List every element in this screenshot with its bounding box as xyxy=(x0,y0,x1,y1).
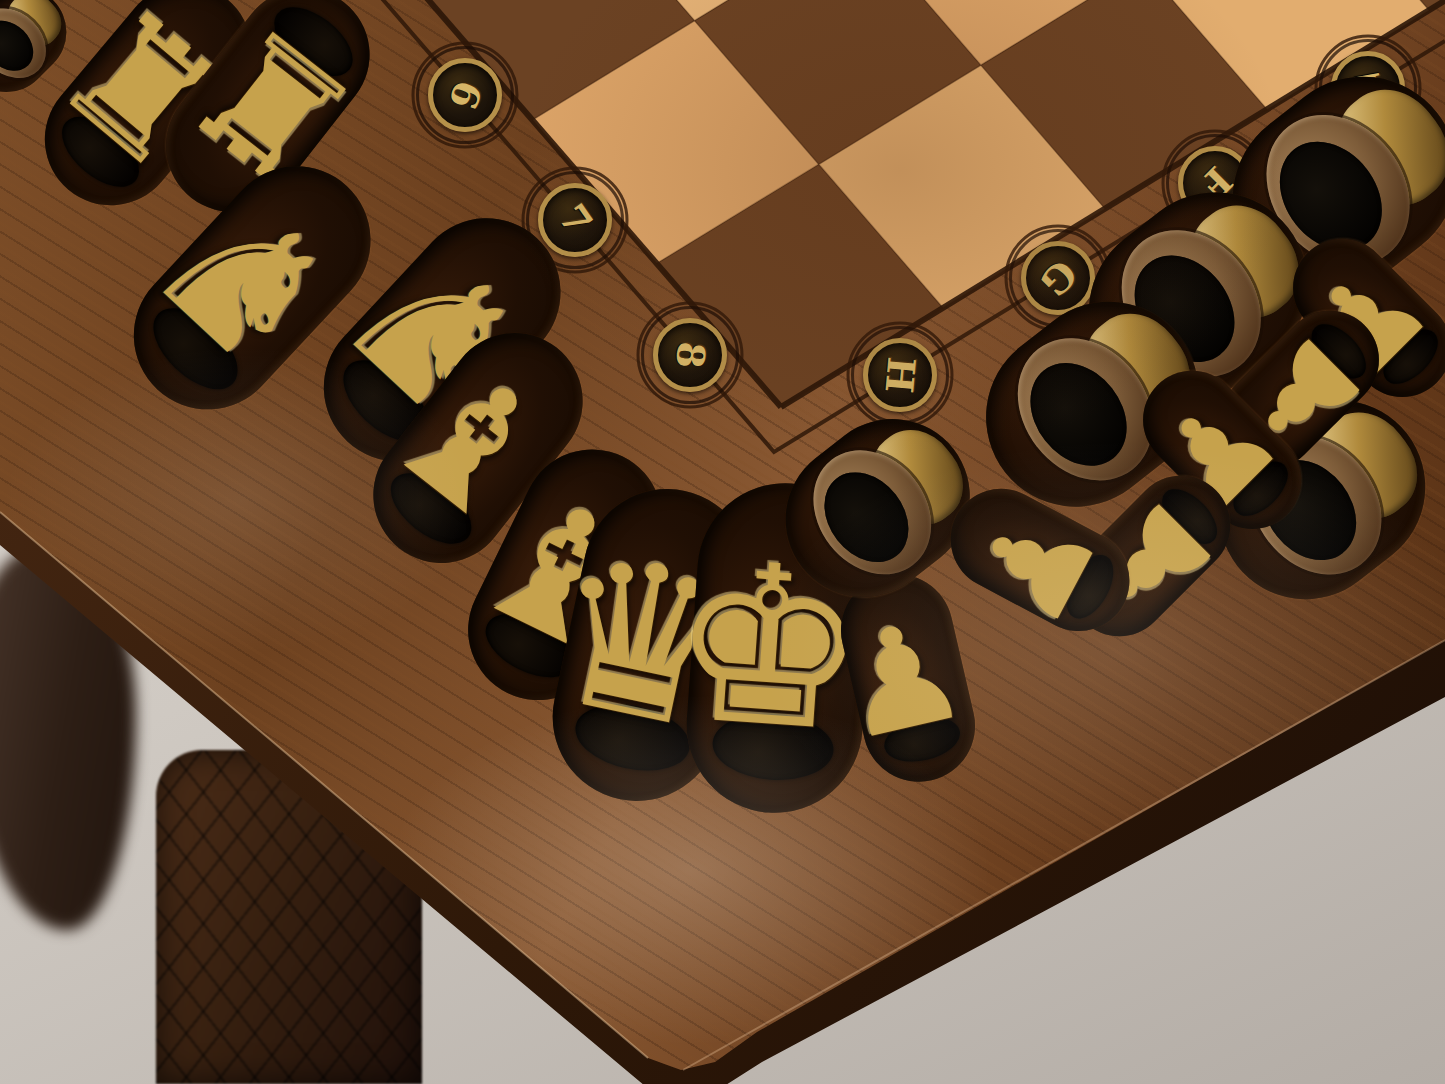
coordinate-medallion-H: H xyxy=(863,338,937,412)
coordinate-label: 6 xyxy=(443,76,488,114)
coordinate-label: G xyxy=(1033,253,1083,303)
coordinate-label: H xyxy=(880,355,921,394)
coordinate-label: 8 xyxy=(670,340,710,370)
coordinate-label: 7 xyxy=(552,198,598,241)
coordinate-medallion-7: 7 xyxy=(538,183,612,257)
chess-table-photo: 678HGFE ♜♜♞♞♝♝♛♚♟♟♟♟♟♟ xyxy=(0,0,1445,1084)
coordinate-medallion-8: 8 xyxy=(653,318,727,392)
coordinate-medallion-6: 6 xyxy=(428,58,502,132)
